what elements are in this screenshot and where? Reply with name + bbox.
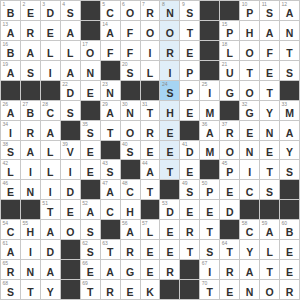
grid-cell-r13c12[interactable]: 64T — [220, 240, 239, 259]
grid-cell-r12c14[interactable]: 59A — [260, 220, 279, 239]
grid-cell-r10c4[interactable]: D — [61, 180, 80, 199]
grid-cell-r3c2[interactable]: A — [21, 41, 40, 60]
black-cell — [200, 61, 219, 80]
grid-cell-r15c13[interactable]: N — [240, 280, 259, 299]
grid-cell-r6c1[interactable]: 26A — [1, 101, 20, 120]
grid-cell-r2c3[interactable]: E — [41, 21, 60, 40]
cell-letter: L — [61, 47, 80, 59]
cell-letter: C — [41, 107, 60, 119]
black-cell — [200, 21, 219, 40]
grid-cell-r6c2[interactable]: 27B — [21, 101, 40, 120]
black-cell — [200, 41, 219, 60]
cell-letter: S — [280, 166, 299, 178]
grid-cell-r14c13[interactable]: A — [240, 260, 259, 279]
grid-cell-r4c2[interactable]: S — [21, 61, 40, 80]
grid-cell-r3c13[interactable]: O — [240, 41, 259, 60]
grid-cell-r13c2[interactable]: I — [21, 240, 40, 259]
grid-cell-r9c13[interactable]: I — [240, 160, 259, 179]
grid-cell-r2c6[interactable]: 14A — [101, 21, 120, 40]
grid-cell-r13c10[interactable]: T — [180, 240, 199, 259]
black-cell — [220, 1, 239, 20]
grid-cell-r7c3[interactable]: A — [41, 121, 60, 140]
grid-cell-r3c12[interactable]: 18L — [220, 41, 239, 60]
cell-letter: T — [240, 67, 259, 79]
cell-letter: T — [160, 166, 179, 178]
grid-cell-r9c14[interactable]: T — [260, 160, 279, 179]
grid-cell-r10c12[interactable]: E — [220, 180, 239, 199]
cell-letter: T — [141, 186, 160, 198]
cell-letter: N — [81, 67, 100, 79]
grid-cell-r12c5[interactable]: S — [81, 220, 100, 239]
grid-cell-r7c8[interactable]: R — [141, 121, 160, 140]
grid-cell-r1c3[interactable]: 3D — [41, 1, 60, 20]
grid-cell-r13c15[interactable]: E — [280, 240, 299, 259]
grid-cell-r4c4[interactable]: A — [61, 61, 80, 80]
grid-cell-r5c11[interactable]: 25I — [200, 81, 219, 100]
grid-cell-r11c9[interactable]: 53D — [160, 200, 179, 219]
cell-letter: E — [81, 166, 100, 178]
cell-letter: M — [280, 107, 299, 119]
cell-letter: E — [141, 266, 160, 278]
cell-letter: N — [280, 27, 299, 39]
grid-cell-r8c10[interactable]: 41D — [180, 141, 199, 160]
grid-cell-r6c7[interactable]: 30N — [121, 101, 140, 120]
grid-cell-r15c6[interactable]: R — [101, 280, 120, 299]
cell-letter: C — [101, 206, 120, 218]
grid-cell-r1c1[interactable]: 1B — [1, 1, 20, 20]
grid-cell-r2c4[interactable]: A — [61, 21, 80, 40]
cell-letter: E — [280, 266, 299, 278]
cell-letter: E — [160, 127, 179, 139]
black-cell — [61, 280, 80, 299]
cell-letter: C — [1, 226, 20, 238]
grid-cell-r3c5[interactable]: 17O — [81, 41, 100, 60]
cell-letter: E — [180, 107, 199, 119]
grid-cell-r11c4[interactable]: E — [61, 200, 80, 219]
cell-letter: T — [180, 246, 199, 258]
black-cell — [220, 101, 239, 120]
grid-cell-r4c14[interactable]: E — [260, 61, 279, 80]
cell-letter: E — [260, 146, 279, 158]
cell-letter: S — [101, 166, 120, 178]
grid-cell-r9c4[interactable]: I — [61, 160, 80, 179]
cell-letter: I — [21, 246, 40, 258]
cell-letter: T — [260, 166, 279, 178]
cell-letter: I — [200, 87, 219, 99]
cell-letter: D — [61, 186, 80, 198]
grid-cell-r8c3[interactable]: L — [41, 141, 60, 160]
cell-letter: R — [141, 7, 160, 19]
grid-cell-r6c11[interactable]: M — [200, 101, 219, 120]
grid-cell-r7c5[interactable]: 35S — [81, 121, 100, 140]
grid-cell-r8c5[interactable]: E — [81, 141, 100, 160]
cell-letter: A — [81, 206, 100, 218]
grid-cell-r12c9[interactable]: E — [160, 220, 179, 239]
grid-cell-r9c6[interactable]: 43S — [101, 160, 120, 179]
cell-letter: T — [101, 127, 120, 139]
grid-cell-r2c7[interactable]: F — [121, 21, 140, 40]
black-cell — [1, 200, 20, 219]
grid-cell-r10c3[interactable]: I — [41, 180, 60, 199]
grid-cell-r10c6[interactable]: 47A — [101, 180, 120, 199]
grid-cell-r6c14[interactable]: Y — [260, 101, 279, 120]
black-cell — [21, 200, 40, 219]
grid-cell-r11c6[interactable]: C — [101, 200, 120, 219]
grid-cell-r13c3[interactable]: D — [41, 240, 60, 259]
black-cell — [121, 160, 140, 179]
grid-cell-r8c15[interactable]: Y — [280, 141, 299, 160]
grid-cell-r1c9[interactable]: 8N — [160, 1, 179, 20]
grid-cell-r2c8[interactable]: O — [141, 21, 160, 40]
grid-cell-r7c11[interactable]: 36A — [200, 121, 219, 140]
grid-cell-r6c6[interactable]: 29A — [101, 101, 120, 120]
grid-cell-r4c5[interactable]: N — [81, 61, 100, 80]
grid-cell-r12c2[interactable]: 55H — [21, 220, 40, 239]
cell-letter: C — [240, 186, 259, 198]
grid-cell-r13c7[interactable]: R — [121, 240, 140, 259]
grid-cell-r4c13[interactable]: T — [240, 61, 259, 80]
grid-cell-r9c5[interactable]: E — [81, 160, 100, 179]
grid-cell-r4c15[interactable]: S — [280, 61, 299, 80]
cell-letter: O — [260, 286, 279, 298]
cell-letter: I — [141, 47, 160, 59]
grid-cell-r1c7[interactable]: 6O — [121, 1, 140, 20]
cell-letter: E — [180, 166, 199, 178]
grid-cell-r15c2[interactable]: T — [21, 280, 40, 299]
cell-letter: E — [160, 146, 179, 158]
grid-cell-r15c14[interactable]: O — [260, 280, 279, 299]
grid-cell-r1c14[interactable]: 11S — [260, 1, 279, 20]
grid-cell-r14c3[interactable]: A — [41, 260, 60, 279]
grid-cell-r11c12[interactable]: D — [220, 200, 239, 219]
grid-cell-r14c11[interactable]: 67I — [200, 260, 219, 279]
grid-cell-r2c15[interactable]: N — [280, 21, 299, 40]
grid-cell-r1c13[interactable]: 10P — [240, 1, 259, 20]
grid-cell-r8c12[interactable]: O — [220, 141, 239, 160]
grid-cell-r14c15[interactable]: E — [280, 260, 299, 279]
grid-cell-r8c11[interactable]: M — [200, 141, 219, 160]
grid-cell-r10c2[interactable]: N — [21, 180, 40, 199]
grid-cell-r9c2[interactable]: I — [21, 160, 40, 179]
grid-cell-r14c9[interactable]: R — [160, 260, 179, 279]
grid-cell-r3c4[interactable]: L — [61, 41, 80, 60]
grid-cell-r2c9[interactable]: O — [160, 21, 179, 40]
cell-letter: T — [141, 107, 160, 119]
grid-cell-r6c3[interactable]: 28C — [41, 101, 60, 120]
grid-cell-r12c11[interactable]: T — [200, 220, 219, 239]
grid-cell-r7c2[interactable]: R — [21, 121, 40, 140]
black-cell — [61, 260, 80, 279]
cell-letter: T — [101, 246, 120, 258]
cell-letter: S — [81, 246, 100, 258]
cell-letter: B — [1, 7, 20, 19]
grid-cell-r9c10[interactable]: E — [180, 160, 199, 179]
grid-cell-r9c1[interactable]: 42L — [1, 160, 20, 179]
cell-letter: R — [101, 286, 120, 298]
cell-letter: L — [141, 226, 160, 238]
cell-letter: S — [280, 67, 299, 79]
cell-letter: E — [81, 146, 100, 158]
grid-cell-r15c11[interactable]: 70T — [200, 280, 219, 299]
grid-cell-r4c8[interactable]: L — [141, 61, 160, 80]
cell-letter: S — [180, 186, 199, 198]
cell-letter: P — [240, 7, 259, 19]
grid-cell-r7c7[interactable]: O — [121, 121, 140, 140]
grid-cell-r15c15[interactable]: R — [280, 280, 299, 299]
grid-cell-r8c13[interactable]: N — [240, 141, 259, 160]
cell-letter: A — [1, 67, 20, 79]
grid-cell-r13c14[interactable]: L — [260, 240, 279, 259]
grid-cell-r9c12[interactable]: 45P — [220, 160, 239, 179]
grid-cell-r3c8[interactable]: I — [141, 41, 160, 60]
cell-letter: E — [81, 266, 100, 278]
grid-cell-r3c10[interactable]: E — [180, 41, 199, 60]
cell-letter: V — [61, 146, 80, 158]
grid-cell-r6c15[interactable]: 33M — [280, 101, 299, 120]
cell-letter: R — [220, 127, 239, 139]
black-cell — [61, 121, 80, 140]
grid-cell-r10c7[interactable]: 48C — [121, 180, 140, 199]
grid-cell-r11c11[interactable]: E — [200, 200, 219, 219]
grid-cell-r7c1[interactable]: 34I — [1, 121, 20, 140]
grid-cell-r1c15[interactable]: 12A — [280, 1, 299, 20]
grid-cell-r8c7[interactable]: 40S — [121, 141, 140, 160]
grid-cell-r12c10[interactable]: R — [180, 220, 199, 239]
grid-cell-r2c1[interactable]: 13A — [1, 21, 20, 40]
cell-letter: E — [240, 127, 259, 139]
cell-letter: A — [200, 127, 219, 139]
grid-cell-r11c5[interactable]: 52A — [81, 200, 100, 219]
grid-cell-r10c1[interactable]: 46E — [1, 180, 20, 199]
cell-letter: O — [240, 87, 259, 99]
grid-cell-r3c15[interactable]: T — [280, 41, 299, 60]
grid-cell-r4c3[interactable]: I — [41, 61, 60, 80]
grid-cell-r2c12[interactable]: 15P — [220, 21, 239, 40]
grid-cell-r5c6[interactable]: 23N — [101, 81, 120, 100]
black-cell — [160, 180, 179, 199]
black-cell — [160, 280, 179, 299]
grid-cell-r1c8[interactable]: 7R — [141, 1, 160, 20]
grid-cell-r6c9[interactable]: H — [160, 101, 179, 120]
grid-cell-r15c5[interactable]: 69T — [81, 280, 100, 299]
grid-cell-r5c4[interactable]: 22D — [61, 81, 80, 100]
cell-letter: A — [41, 266, 60, 278]
grid-cell-r14c1[interactable]: 65R — [1, 260, 20, 279]
grid-cell-r13c6[interactable]: 63T — [101, 240, 120, 259]
cell-letter: A — [101, 266, 120, 278]
grid-cell-r14c2[interactable]: N — [21, 260, 40, 279]
cell-letter: S — [260, 7, 279, 19]
grid-cell-r3c1[interactable]: 16B — [1, 41, 20, 60]
grid-cell-r10c13[interactable]: C — [240, 180, 259, 199]
grid-cell-r11c10[interactable]: E — [180, 200, 199, 219]
cell-letter: A — [1, 246, 20, 258]
grid-cell-r6c4[interactable]: S — [61, 101, 80, 120]
grid-cell-r5c5[interactable]: E — [81, 81, 100, 100]
cell-letter: M — [200, 107, 219, 119]
cell-letter: S — [21, 67, 40, 79]
grid-cell-r3c9[interactable]: R — [160, 41, 179, 60]
cell-letter: E — [1, 186, 20, 198]
grid-cell-r5c12[interactable]: G — [220, 81, 239, 100]
grid-cell-r4c10[interactable]: P — [180, 61, 199, 80]
cell-letter: E — [141, 246, 160, 258]
cell-letter: T — [280, 47, 299, 59]
grid-cell-r9c9[interactable]: T — [160, 160, 179, 179]
cell-letter: H — [121, 206, 140, 218]
grid-cell-r12c7[interactable]: 56A — [121, 220, 140, 239]
cell-letter: E — [220, 286, 239, 298]
cell-letter: R — [280, 286, 299, 298]
grid-cell-r14c8[interactable]: E — [141, 260, 160, 279]
cell-letter: F — [101, 47, 120, 59]
black-cell — [260, 200, 279, 219]
grid-cell-r13c9[interactable]: E — [160, 240, 179, 259]
grid-cell-r12c15[interactable]: 60B — [280, 220, 299, 239]
grid-cell-r7c15[interactable]: A — [280, 121, 299, 140]
grid-cell-r4c1[interactable]: 19A — [1, 61, 20, 80]
grid-cell-r2c2[interactable]: R — [21, 21, 40, 40]
black-cell — [220, 220, 239, 239]
grid-cell-r3c14[interactable]: F — [260, 41, 279, 60]
grid-cell-r4c7[interactable]: 20S — [121, 61, 140, 80]
cell-letter: R — [220, 266, 239, 278]
cell-letter: S — [61, 107, 80, 119]
black-cell — [101, 220, 120, 239]
cell-letter: G — [220, 87, 239, 99]
grid-cell-r2c10[interactable]: T — [180, 21, 199, 40]
black-cell — [280, 180, 299, 199]
grid-cell-r4c12[interactable]: 21U — [220, 61, 239, 80]
cell-letter: S — [160, 87, 179, 99]
grid-cell-r10c8[interactable]: T — [141, 180, 160, 199]
cell-letter: E — [160, 226, 179, 238]
cell-letter: T — [180, 27, 199, 39]
grid-cell-r12c3[interactable]: A — [41, 220, 60, 239]
grid-cell-r11c3[interactable]: 51T — [41, 200, 60, 219]
cell-letter: I — [160, 67, 179, 79]
grid-cell-r8c4[interactable]: 39V — [61, 141, 80, 160]
cell-letter: M — [200, 146, 219, 158]
black-cell — [81, 1, 100, 20]
grid-cell-r14c6[interactable]: A — [101, 260, 120, 279]
grid-cell-r9c8[interactable]: 44A — [141, 160, 160, 179]
cell-letter: C — [101, 7, 120, 19]
cell-letter: I — [200, 266, 219, 278]
grid-cell-r9c3[interactable]: L — [41, 160, 60, 179]
grid-cell-r6c13[interactable]: 32G — [240, 101, 259, 120]
cell-letter: S — [200, 246, 219, 258]
grid-cell-r5c13[interactable]: O — [240, 81, 259, 100]
cell-letter: A — [260, 226, 279, 238]
grid-cell-r5c9[interactable]: 24S — [160, 81, 179, 100]
cell-letter: R — [1, 266, 20, 278]
grid-cell-r11c7[interactable]: H — [121, 200, 140, 219]
grid-cell-r15c7[interactable]: E — [121, 280, 140, 299]
grid-cell-r1c4[interactable]: 4S — [61, 1, 80, 20]
cell-letter: H — [160, 107, 179, 119]
cell-letter: O — [160, 27, 179, 39]
grid-cell-r12c4[interactable]: O — [61, 220, 80, 239]
grid-cell-r14c5[interactable]: 66E — [81, 260, 100, 279]
cell-letter: E — [180, 47, 199, 59]
grid-cell-r2c13[interactable]: H — [240, 21, 259, 40]
cell-letter: Y — [240, 246, 259, 258]
grid-cell-r15c1[interactable]: 68S — [1, 280, 20, 299]
cell-letter: P — [180, 67, 199, 79]
grid-cell-r6c8[interactable]: 31T — [141, 101, 160, 120]
cell-letter: E — [220, 186, 239, 198]
grid-cell-r10c11[interactable]: 50P — [200, 180, 219, 199]
cell-letter: A — [61, 27, 80, 39]
grid-cell-r8c9[interactable]: E — [160, 141, 179, 160]
grid-cell-r2c14[interactable]: A — [260, 21, 279, 40]
grid-cell-r3c7[interactable]: F — [121, 41, 140, 60]
grid-cell-r10c14[interactable]: S — [260, 180, 279, 199]
grid-cell-r7c6[interactable]: T — [101, 121, 120, 140]
grid-cell-r1c2[interactable]: 2E — [21, 1, 40, 20]
grid-cell-r8c14[interactable]: E — [260, 141, 279, 160]
black-cell — [280, 81, 299, 100]
cell-letter: O — [141, 27, 160, 39]
grid-cell-r13c8[interactable]: E — [141, 240, 160, 259]
grid-cell-r7c12[interactable]: 37R — [220, 121, 239, 140]
cell-letter: A — [280, 127, 299, 139]
cell-letter: L — [141, 67, 160, 79]
grid-cell-r8c8[interactable]: E — [141, 141, 160, 160]
grid-cell-r15c3[interactable]: Y — [41, 280, 60, 299]
grid-cell-r15c8[interactable]: K — [141, 280, 160, 299]
cell-letter: G — [240, 107, 259, 119]
grid-cell-r3c3[interactable]: L — [41, 41, 60, 60]
grid-cell-r1c6[interactable]: 5C — [101, 1, 120, 20]
cell-letter: O — [81, 47, 100, 59]
cell-letter: A — [41, 127, 60, 139]
cell-letter: B — [21, 107, 40, 119]
cell-letter: R — [121, 246, 140, 258]
grid-cell-r14c12[interactable]: R — [220, 260, 239, 279]
grid-cell-r7c13[interactable]: E — [240, 121, 259, 140]
grid-cell-r8c1[interactable]: 38S — [1, 141, 20, 160]
cell-letter: N — [121, 107, 140, 119]
grid-cell-r13c11[interactable]: S — [200, 240, 219, 259]
cell-letter: E — [61, 206, 80, 218]
grid-cell-r12c1[interactable]: 54C — [1, 220, 20, 239]
grid-cell-r9c15[interactable]: S — [280, 160, 299, 179]
grid-cell-r14c14[interactable]: T — [260, 260, 279, 279]
cell-letter: E — [180, 206, 199, 218]
grid-cell-r5c14[interactable]: T — [260, 81, 279, 100]
grid-cell-r7c14[interactable]: N — [260, 121, 279, 140]
grid-cell-r8c2[interactable]: A — [21, 141, 40, 160]
grid-cell-r12c8[interactable]: 57L — [141, 220, 160, 239]
grid-cell-r1c10[interactable]: 9S — [180, 1, 199, 20]
grid-cell-r13c13[interactable]: Y — [240, 240, 259, 259]
grid-cell-r6c10[interactable]: E — [180, 101, 199, 120]
cell-letter: A — [41, 226, 60, 238]
grid-cell-r10c10[interactable]: 49S — [180, 180, 199, 199]
cell-letter: E — [280, 246, 299, 258]
grid-cell-r7c9[interactable]: E — [160, 121, 179, 140]
grid-cell-r13c5[interactable]: 62S — [81, 240, 100, 259]
grid-cell-r13c1[interactable]: 61A — [1, 240, 20, 259]
grid-cell-r3c6[interactable]: F — [101, 41, 120, 60]
grid-cell-r4c9[interactable]: I — [160, 61, 179, 80]
grid-cell-r5c10[interactable]: P — [180, 81, 199, 100]
grid-cell-r15c12[interactable]: E — [220, 280, 239, 299]
grid-cell-r12c13[interactable]: 58C — [240, 220, 259, 239]
grid-cell-r14c7[interactable]: G — [121, 260, 140, 279]
